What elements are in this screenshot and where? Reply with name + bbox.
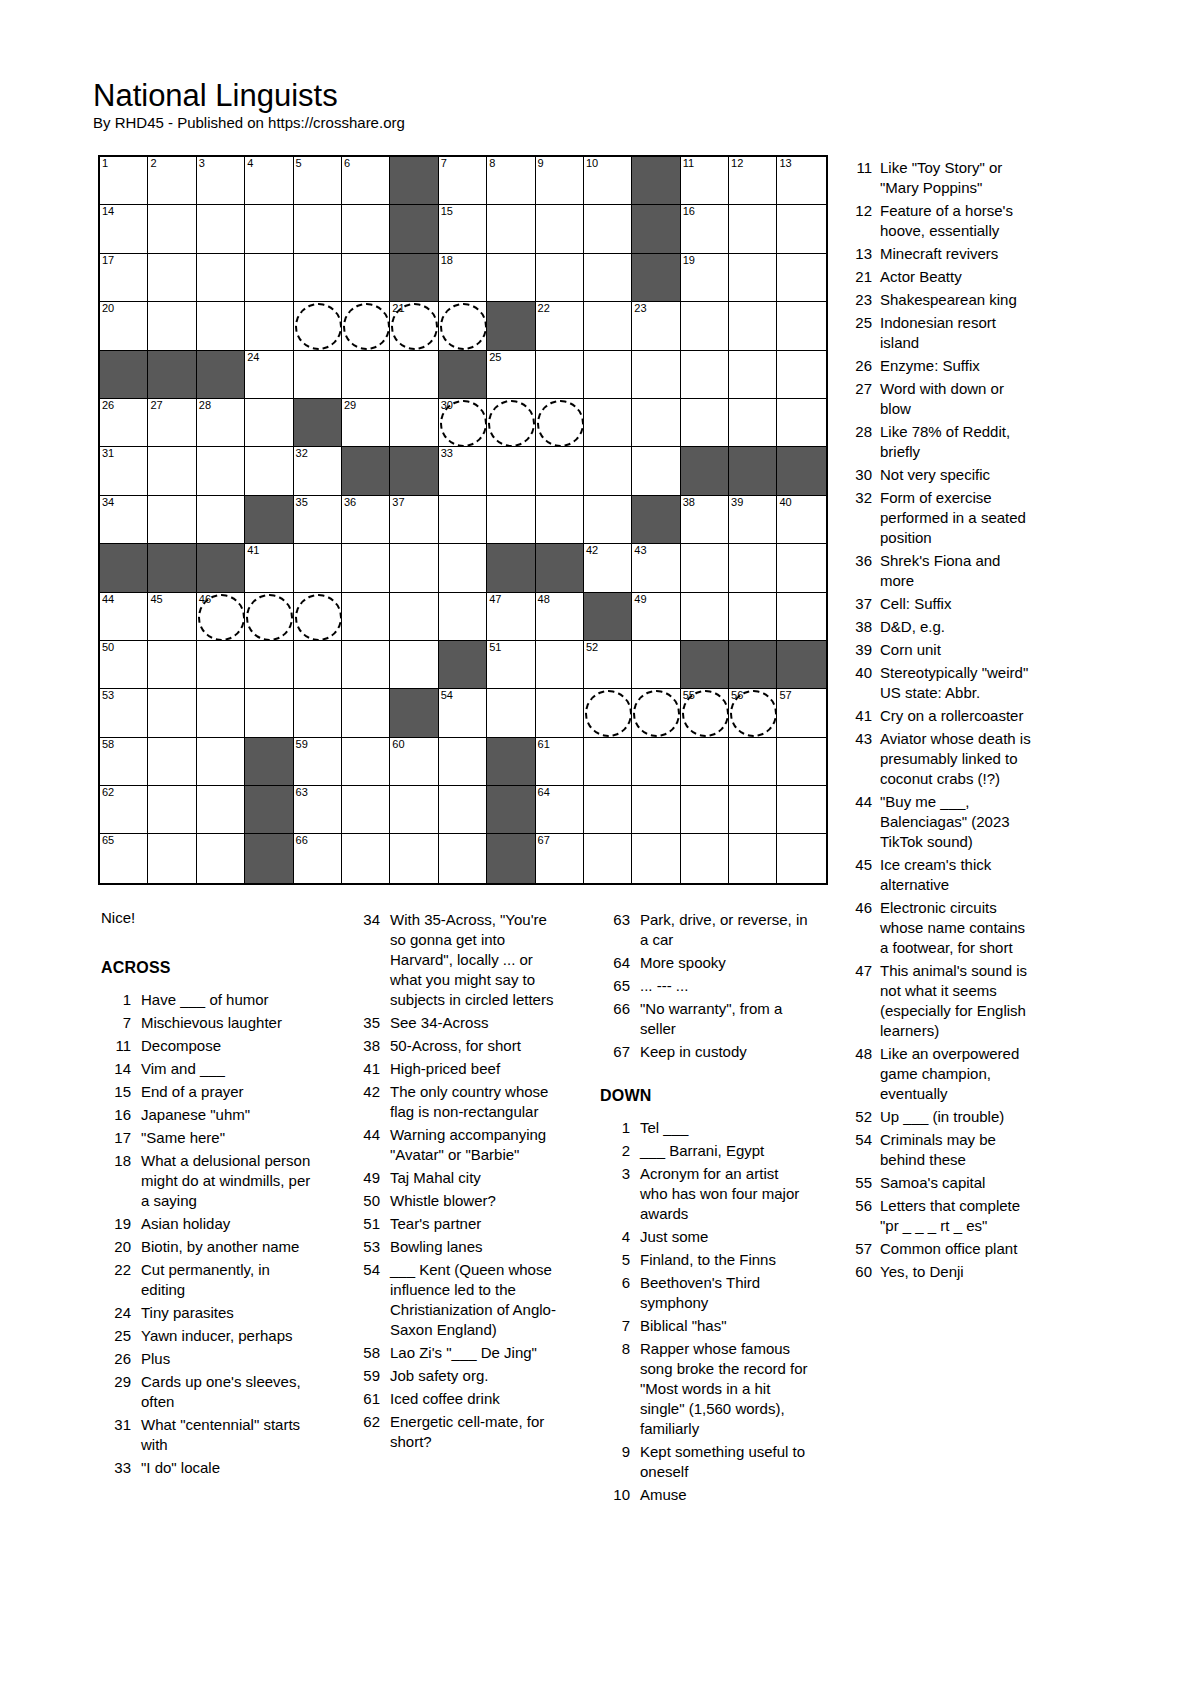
grid-cell-r12c8[interactable]: 54: [439, 689, 487, 737]
grid-cell-r8c10[interactable]: [536, 496, 584, 544]
grid-cell-r8c6[interactable]: 36: [342, 496, 390, 544]
grid-cell-r12c10[interactable]: [536, 689, 584, 737]
grid-cell-r13c10[interactable]: 61: [536, 738, 584, 786]
grid-cell-r13c2[interactable]: [148, 738, 196, 786]
clue-number: 53: [350, 1237, 380, 1257]
clue-column-4: 11Like "Toy Story" or "Mary Poppins"12Fe…: [840, 158, 1032, 1285]
cell-number: 64: [538, 786, 550, 799]
grid-cell-r4c14[interactable]: [729, 302, 777, 350]
clue-down-56: 56Letters that complete "pr _ _ _ rt _ e…: [840, 1196, 1032, 1236]
grid-cell-r12c4[interactable]: [245, 689, 293, 737]
grid-cell-r8c5[interactable]: 35: [294, 496, 342, 544]
grid-cell-r6c3[interactable]: 28: [197, 399, 245, 447]
grid-cell-r5c4[interactable]: 24: [245, 351, 293, 399]
clue-number: 3: [600, 1164, 630, 1224]
clue-text: Shrek's Fiona and more: [880, 551, 1032, 591]
grid-cell-r1c14[interactable]: 12: [729, 157, 777, 205]
clue-across-41: 41High-priced beef: [350, 1059, 560, 1079]
clue-down-5: 5Finland, to the Finns: [600, 1250, 812, 1270]
grid-cell-r1c1[interactable]: 1: [100, 157, 148, 205]
clue-text: Shakespearean king: [880, 290, 1032, 310]
grid-cell-r5c9[interactable]: 25: [487, 351, 535, 399]
grid-cell-r8c2[interactable]: [148, 496, 196, 544]
block-cell: [390, 205, 438, 253]
block-cell: [487, 786, 535, 834]
grid-cell-r10c4[interactable]: [245, 593, 293, 641]
grid-cell-r8c13[interactable]: 38: [681, 496, 729, 544]
across-clue-section: 34With 35-Across, "You're so gonna get i…: [350, 910, 560, 1452]
grid-cell-r14c12[interactable]: [632, 786, 680, 834]
grid-cell-r4c11[interactable]: [584, 302, 632, 350]
grid-cell-r15c3[interactable]: [197, 834, 245, 882]
grid-cell-r14c1[interactable]: 62: [100, 786, 148, 834]
grid-cell-r2c4[interactable]: [245, 205, 293, 253]
grid-cell-r1c10[interactable]: 9: [536, 157, 584, 205]
block-cell: [487, 834, 535, 882]
grid-cell-r14c8[interactable]: [439, 786, 487, 834]
clue-text: Cards up one's sleeves, often: [141, 1372, 311, 1412]
grid-cell-r8c14[interactable]: 39: [729, 496, 777, 544]
cell-number: 63: [296, 786, 308, 799]
clue-down-44: 44"Buy me ___, Balenciagas" (2023 TikTok…: [840, 792, 1032, 852]
grid-cell-r6c6[interactable]: 29: [342, 399, 390, 447]
grid-cell-r11c12[interactable]: [632, 641, 680, 689]
cell-number: 39: [731, 496, 743, 509]
grid-cell-r9c14[interactable]: [729, 544, 777, 592]
grid-cell-r3c9[interactable]: [487, 254, 535, 302]
grid-cell-r13c7[interactable]: 60: [390, 738, 438, 786]
clue-down-8: 8Rapper whose famous song broke the reco…: [600, 1339, 812, 1439]
grid-cell-r1c9[interactable]: 8: [487, 157, 535, 205]
cell-number: 51: [489, 641, 501, 654]
grid-cell-r10c2[interactable]: 45: [148, 593, 196, 641]
grid-cell-r6c7[interactable]: [390, 399, 438, 447]
grid-cell-r4c3[interactable]: [197, 302, 245, 350]
grid-cell-r3c13[interactable]: 19: [681, 254, 729, 302]
clue-text: Stereotypically "weird" US state: Abbr.: [880, 663, 1032, 703]
grid-cell-r2c3[interactable]: [197, 205, 245, 253]
grid-cell-r8c7[interactable]: 37: [390, 496, 438, 544]
grid-cell-r7c9[interactable]: [487, 447, 535, 495]
grid-cell-r9c4[interactable]: 41: [245, 544, 293, 592]
clue-text: Biblical "has": [640, 1316, 808, 1336]
grid-cell-r9c15[interactable]: [777, 544, 825, 592]
grid-cell-r4c6[interactable]: [342, 302, 390, 350]
grid-cell-r7c8[interactable]: 33: [439, 447, 487, 495]
clue-text: Corn unit: [880, 640, 1032, 660]
grid-cell-r4c12[interactable]: 23: [632, 302, 680, 350]
grid-cell-r7c2[interactable]: [148, 447, 196, 495]
clue-down-6: 6Beethoven's Third symphony: [600, 1273, 812, 1313]
grid-cell-r3c15[interactable]: [777, 254, 825, 302]
grid-cell-r3c2[interactable]: [148, 254, 196, 302]
grid-cell-r2c6[interactable]: [342, 205, 390, 253]
grid-cell-r3c4[interactable]: [245, 254, 293, 302]
clue-across-65: 65... --- ...: [600, 976, 812, 996]
grid-cell-r13c15[interactable]: [777, 738, 825, 786]
grid-cell-r1c5[interactable]: 5: [294, 157, 342, 205]
clue-text: Tiny parasites: [141, 1303, 311, 1323]
clue-across-1: 1Have ___ of humor: [101, 990, 313, 1010]
grid-cell-r13c5[interactable]: 59: [294, 738, 342, 786]
grid-cell-r3c1[interactable]: 17: [100, 254, 148, 302]
grid-cell-r8c11[interactable]: [584, 496, 632, 544]
clue-text: Have ___ of humor: [141, 990, 311, 1010]
grid-cell-r2c11[interactable]: [584, 205, 632, 253]
grid-cell-r11c10[interactable]: [536, 641, 584, 689]
clue-across-34: 34With 35-Across, "You're so gonna get i…: [350, 910, 560, 1010]
grid-cell-r8c15[interactable]: 40: [777, 496, 825, 544]
clue-number: 30: [840, 465, 872, 485]
clue-down-7: 7Biblical "has": [600, 1316, 812, 1336]
cell-number: 61: [538, 738, 550, 751]
grid-cell-r5c13[interactable]: [681, 351, 729, 399]
clue-number: 6: [600, 1273, 630, 1313]
grid-cell-r7c5[interactable]: 32: [294, 447, 342, 495]
clue-number: 61: [350, 1389, 380, 1409]
grid-cell-r6c8[interactable]: 30: [439, 399, 487, 447]
grid-cell-r9c5[interactable]: [294, 544, 342, 592]
clue-number: 1: [600, 1118, 630, 1138]
cell-number: 50: [102, 641, 114, 654]
grid-cell-r11c5[interactable]: [294, 641, 342, 689]
grid-cell-r9c6[interactable]: [342, 544, 390, 592]
grid-cell-r4c15[interactable]: [777, 302, 825, 350]
grid-cell-r15c6[interactable]: [342, 834, 390, 882]
clue-number: 12: [840, 201, 872, 241]
grid-cell-r8c8[interactable]: [439, 496, 487, 544]
grid-cell-r14c15[interactable]: [777, 786, 825, 834]
grid-cell-r10c1[interactable]: 44: [100, 593, 148, 641]
cell-number: 25: [489, 351, 501, 364]
grid-cell-r14c7[interactable]: [390, 786, 438, 834]
clue-down-40: 40Stereotypically "weird" US state: Abbr…: [840, 663, 1032, 703]
grid-cell-r8c1[interactable]: 34: [100, 496, 148, 544]
grid-cell-r13c11[interactable]: [584, 738, 632, 786]
grid-cell-r6c1[interactable]: 26: [100, 399, 148, 447]
clue-text: Iced coffee drink: [390, 1389, 558, 1409]
grid-cell-r13c12[interactable]: [632, 738, 680, 786]
grid-cell-r10c5[interactable]: [294, 593, 342, 641]
grid-cell-r14c6[interactable]: [342, 786, 390, 834]
grid-cell-r2c2[interactable]: [148, 205, 196, 253]
grid-cell-r3c6[interactable]: [342, 254, 390, 302]
grid-cell-r4c8[interactable]: [439, 302, 487, 350]
clue-text: Amuse: [640, 1485, 808, 1505]
grid-cell-r12c6[interactable]: [342, 689, 390, 737]
grid-cell-r15c15[interactable]: [777, 834, 825, 882]
cell-number: 19: [683, 254, 695, 267]
grid-cell-r1c15[interactable]: 13: [777, 157, 825, 205]
grid-cell-r15c10[interactable]: 67: [536, 834, 584, 882]
grid-cell-r11c7[interactable]: [390, 641, 438, 689]
cell-number: 67: [538, 834, 550, 847]
clue-number: 14: [101, 1059, 131, 1079]
cell-number: 18: [441, 254, 453, 267]
grid-cell-r12c12[interactable]: [632, 689, 680, 737]
grid-cell-r6c11[interactable]: [584, 399, 632, 447]
cell-number: 7: [441, 157, 447, 170]
clue-number: 16: [101, 1105, 131, 1125]
grid-cell-r4c13[interactable]: [681, 302, 729, 350]
grid-cell-r4c4[interactable]: [245, 302, 293, 350]
grid-cell-r13c1[interactable]: 58: [100, 738, 148, 786]
grid-cell-r12c13[interactable]: 55: [681, 689, 729, 737]
grid-cell-r3c8[interactable]: 18: [439, 254, 487, 302]
grid-cell-r15c2[interactable]: [148, 834, 196, 882]
clue-across-63: 63Park, drive, or reverse, in a car: [600, 910, 812, 950]
grid-cell-r11c9[interactable]: 51: [487, 641, 535, 689]
grid-cell-r12c14[interactable]: 56: [729, 689, 777, 737]
grid-cell-r13c13[interactable]: [681, 738, 729, 786]
grid-cell-r6c13[interactable]: [681, 399, 729, 447]
clue-text: Vim and ___: [141, 1059, 311, 1079]
grid-cell-r13c3[interactable]: [197, 738, 245, 786]
clue-number: 44: [840, 792, 872, 852]
grid-cell-r10c13[interactable]: [681, 593, 729, 641]
grid-cell-r15c5[interactable]: 66: [294, 834, 342, 882]
grid-cell-r2c8[interactable]: 15: [439, 205, 487, 253]
grid-cell-r3c5[interactable]: [294, 254, 342, 302]
grid-cell-r6c12[interactable]: [632, 399, 680, 447]
grid-cell-r1c3[interactable]: 3: [197, 157, 245, 205]
grid-cell-r14c10[interactable]: 64: [536, 786, 584, 834]
cell-number: 12: [731, 157, 743, 170]
grid-cell-r15c12[interactable]: [632, 834, 680, 882]
grid-cell-r3c11[interactable]: [584, 254, 632, 302]
grid-cell-r5c15[interactable]: [777, 351, 825, 399]
grid-cell-r3c14[interactable]: [729, 254, 777, 302]
clue-number: 40: [840, 663, 872, 703]
grid-cell-r7c10[interactable]: [536, 447, 584, 495]
block-cell: [487, 738, 535, 786]
grid-cell-r8c9[interactable]: [487, 496, 535, 544]
grid-cell-r3c10[interactable]: [536, 254, 584, 302]
clue-text: Biotin, by another name: [141, 1237, 311, 1257]
grid-cell-r1c11[interactable]: 10: [584, 157, 632, 205]
grid-cell-r7c11[interactable]: [584, 447, 632, 495]
clue-number: 59: [350, 1366, 380, 1386]
clue-number: 51: [350, 1214, 380, 1234]
cell-number: 11: [683, 157, 694, 170]
grid-cell-r11c6[interactable]: [342, 641, 390, 689]
grid-cell-r11c11[interactable]: 52: [584, 641, 632, 689]
clue-column-2: 34With 35-Across, "You're so gonna get i…: [350, 910, 560, 1455]
grid-cell-r14c3[interactable]: [197, 786, 245, 834]
grid-cell-r12c5[interactable]: [294, 689, 342, 737]
grid-cell-r10c14[interactable]: [729, 593, 777, 641]
clue-text: Kept something useful to oneself: [640, 1442, 808, 1482]
grid-cell-r7c4[interactable]: [245, 447, 293, 495]
clue-number: 49: [350, 1168, 380, 1188]
cell-number: 52: [586, 641, 598, 654]
cell-number: 36: [344, 496, 356, 509]
block-cell: [245, 738, 293, 786]
grid-cell-r14c5[interactable]: 63: [294, 786, 342, 834]
grid-cell-r15c1[interactable]: 65: [100, 834, 148, 882]
grid-cell-r12c9[interactable]: [487, 689, 535, 737]
grid-cell-r10c9[interactable]: 47: [487, 593, 535, 641]
grid-cell-r10c12[interactable]: 49: [632, 593, 680, 641]
grid-cell-r12c15[interactable]: 57: [777, 689, 825, 737]
grid-cell-r2c14[interactable]: [729, 205, 777, 253]
grid-cell-r1c6[interactable]: 6: [342, 157, 390, 205]
clue-number: 19: [101, 1214, 131, 1234]
cell-number: 26: [102, 399, 114, 412]
clue-down-23: 23Shakespearean king: [840, 290, 1032, 310]
grid-cell-r7c1[interactable]: 31: [100, 447, 148, 495]
grid-cell-r10c7[interactable]: [390, 593, 438, 641]
cell-number: 29: [344, 399, 356, 412]
grid-cell-r15c13[interactable]: [681, 834, 729, 882]
grid-cell-r1c13[interactable]: 11: [681, 157, 729, 205]
circled-cell-marker: [343, 303, 390, 350]
clue-across-14: 14Vim and ___: [101, 1059, 313, 1079]
block-cell: [632, 205, 680, 253]
clue-number: 29: [101, 1372, 131, 1412]
grid-cell-r7c12[interactable]: [632, 447, 680, 495]
clue-across-50: 50Whistle blower?: [350, 1191, 560, 1211]
grid-cell-r14c2[interactable]: [148, 786, 196, 834]
block-cell: [729, 447, 777, 495]
grid-cell-r2c13[interactable]: 16: [681, 205, 729, 253]
grid-cell-r10c6[interactable]: [342, 593, 390, 641]
grid-cell-r9c11[interactable]: 42: [584, 544, 632, 592]
grid-cell-r5c14[interactable]: [729, 351, 777, 399]
cell-number: 56: [731, 689, 743, 702]
grid-cell-r5c5[interactable]: [294, 351, 342, 399]
grid-cell-r15c11[interactable]: [584, 834, 632, 882]
cell-number: 34: [102, 496, 114, 509]
cell-number: 62: [102, 786, 114, 799]
grid-cell-r13c8[interactable]: [439, 738, 487, 786]
grid-cell-r6c4[interactable]: [245, 399, 293, 447]
clue-across-64: 64More spooky: [600, 953, 812, 973]
grid-cell-r5c7[interactable]: [390, 351, 438, 399]
clue-number: 10: [600, 1485, 630, 1505]
grid-cell-r6c10[interactable]: [536, 399, 584, 447]
clue-number: 38: [350, 1036, 380, 1056]
grid-cell-r5c11[interactable]: [584, 351, 632, 399]
clue-across-58: 58Lao Zi's "___ De Jing": [350, 1343, 560, 1363]
grid-cell-r10c8[interactable]: [439, 593, 487, 641]
grid-cell-r11c1[interactable]: 50: [100, 641, 148, 689]
grid-cell-r5c6[interactable]: [342, 351, 390, 399]
grid-cell-r10c10[interactable]: 48: [536, 593, 584, 641]
grid-cell-r12c3[interactable]: [197, 689, 245, 737]
clue-text: Acronym for an artist who has won four m…: [640, 1164, 808, 1224]
grid-cell-r1c8[interactable]: 7: [439, 157, 487, 205]
circled-cell-marker: [440, 303, 487, 350]
grid-cell-r14c11[interactable]: [584, 786, 632, 834]
grid-cell-r4c7[interactable]: 21: [390, 302, 438, 350]
grid-cell-r2c9[interactable]: [487, 205, 535, 253]
grid-cell-r15c8[interactable]: [439, 834, 487, 882]
grid-cell-r11c3[interactable]: [197, 641, 245, 689]
cell-number: 2: [150, 157, 156, 170]
grid-cell-r4c2[interactable]: [148, 302, 196, 350]
grid-cell-r5c12[interactable]: [632, 351, 680, 399]
grid-cell-r2c1[interactable]: 14: [100, 205, 148, 253]
clue-text: Actor Beatty: [880, 267, 1032, 287]
clue-across-38: 3850-Across, for short: [350, 1036, 560, 1056]
grid-cell-r13c14[interactable]: [729, 738, 777, 786]
grid-cell-r9c7[interactable]: [390, 544, 438, 592]
grid-cell-r9c13[interactable]: [681, 544, 729, 592]
clue-across-26: 26Plus: [101, 1349, 313, 1369]
grid-cell-r15c14[interactable]: [729, 834, 777, 882]
grid-cell-r1c2[interactable]: 2: [148, 157, 196, 205]
grid-cell-r9c8[interactable]: [439, 544, 487, 592]
grid-cell-r1c4[interactable]: 4: [245, 157, 293, 205]
grid-cell-r11c2[interactable]: [148, 641, 196, 689]
clue-across-59: 59Job safety org.: [350, 1366, 560, 1386]
grid-cell-r10c15[interactable]: [777, 593, 825, 641]
grid-cell-r12c11[interactable]: [584, 689, 632, 737]
grid-cell-r14c14[interactable]: [729, 786, 777, 834]
clue-down-47: 47This animal's sound is not what it see…: [840, 961, 1032, 1041]
clue-down-43: 43Aviator whose death is presumably link…: [840, 729, 1032, 789]
clue-text: End of a prayer: [141, 1082, 311, 1102]
clue-down-13: 13Minecraft revivers: [840, 244, 1032, 264]
clue-down-48: 48Like an overpowered game champion, eve…: [840, 1044, 1032, 1104]
grid-cell-r6c15[interactable]: [777, 399, 825, 447]
grid-cell-r11c4[interactable]: [245, 641, 293, 689]
grid-cell-r14c13[interactable]: [681, 786, 729, 834]
grid-cell-r6c14[interactable]: [729, 399, 777, 447]
clue-down-21: 21Actor Beatty: [840, 267, 1032, 287]
clue-number: 5: [600, 1250, 630, 1270]
grid-cell-r12c1[interactable]: 53: [100, 689, 148, 737]
clue-down-39: 39Corn unit: [840, 640, 1032, 660]
grid-cell-r5c10[interactable]: [536, 351, 584, 399]
cell-number: 30: [441, 399, 453, 412]
cell-number: 1: [102, 157, 108, 170]
clue-across-44: 44Warning accompanying "Avatar" or "Barb…: [350, 1125, 560, 1165]
grid-cell-r13c6[interactable]: [342, 738, 390, 786]
clue-text: ___ Barrani, Egypt: [640, 1141, 808, 1161]
grid-cell-r2c15[interactable]: [777, 205, 825, 253]
grid-cell-r8c3[interactable]: [197, 496, 245, 544]
clue-text: Finland, to the Finns: [640, 1250, 808, 1270]
clue-down-30: 30Not very specific: [840, 465, 1032, 485]
clue-text: Plus: [141, 1349, 311, 1369]
cell-number: 8: [489, 157, 495, 170]
across-clue-section: ACROSS1Have ___ of humor7Mischievous lau…: [101, 958, 313, 1478]
clue-down-45: 45Ice cream's thick alternative: [840, 855, 1032, 895]
grid-cell-r4c10[interactable]: 22: [536, 302, 584, 350]
grid-cell-r4c5[interactable]: [294, 302, 342, 350]
grid-cell-r6c9[interactable]: [487, 399, 535, 447]
grid-cell-r4c1[interactable]: 20: [100, 302, 148, 350]
block-cell: [777, 641, 825, 689]
grid-cell-r3c3[interactable]: [197, 254, 245, 302]
grid-cell-r15c7[interactable]: [390, 834, 438, 882]
clue-column-1: Nice!ACROSS1Have ___ of humor7Mischievou…: [101, 908, 313, 1481]
clue-text: More spooky: [640, 953, 808, 973]
grid-cell-r2c5[interactable]: [294, 205, 342, 253]
grid-cell-r2c10[interactable]: [536, 205, 584, 253]
grid-cell-r9c12[interactable]: 43: [632, 544, 680, 592]
grid-cell-r12c2[interactable]: [148, 689, 196, 737]
clue-number: 36: [840, 551, 872, 591]
grid-cell-r7c3[interactable]: [197, 447, 245, 495]
grid-cell-r6c2[interactable]: 27: [148, 399, 196, 447]
grid-cell-r10c3[interactable]: 46: [197, 593, 245, 641]
clue-down-2: 2___ Barrani, Egypt: [600, 1141, 812, 1161]
down-header: DOWN: [600, 1086, 812, 1106]
clue-number: 54: [350, 1260, 380, 1340]
